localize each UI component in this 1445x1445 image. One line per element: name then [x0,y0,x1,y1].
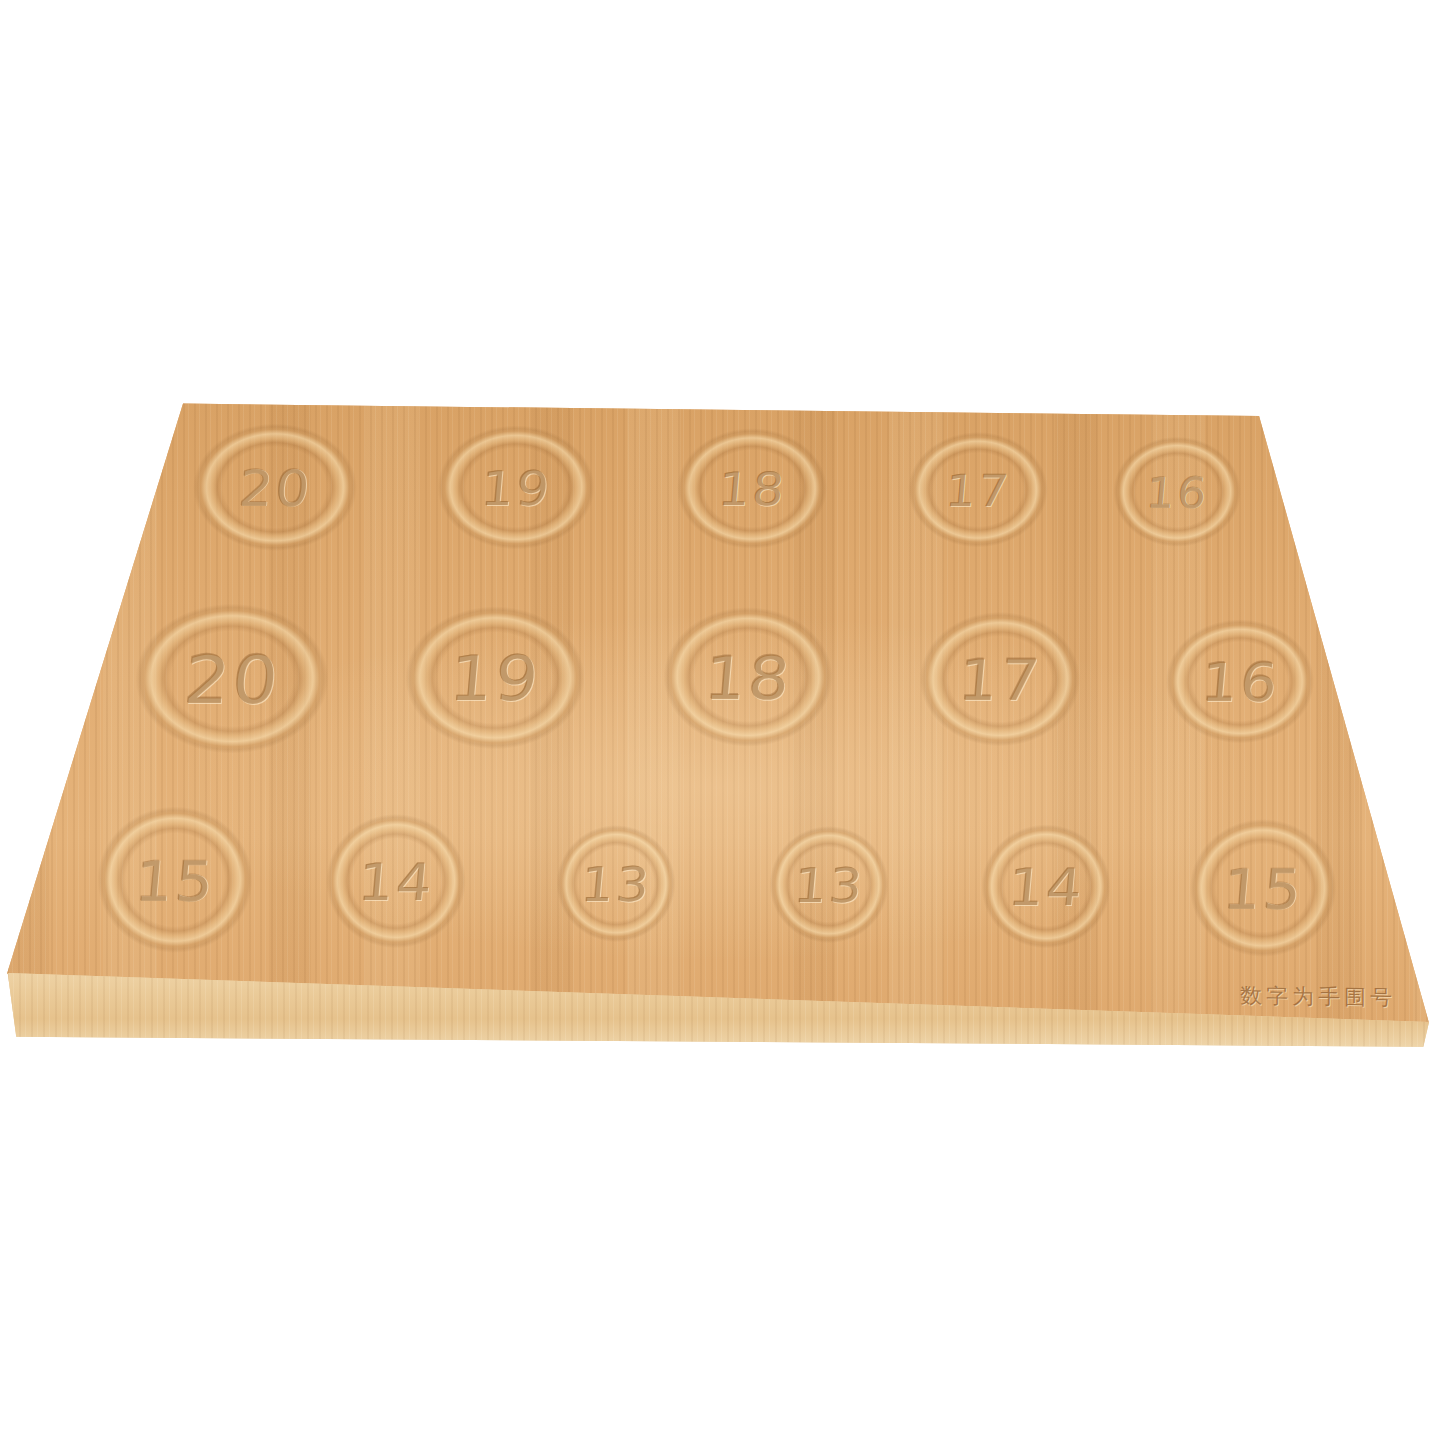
product-photo: 20191817162019181716151413131415 数字为手围号 [0,0,1445,1445]
board-top-surface [7,403,1429,1023]
engraving-text: 数字为手围号 [1240,982,1400,1013]
